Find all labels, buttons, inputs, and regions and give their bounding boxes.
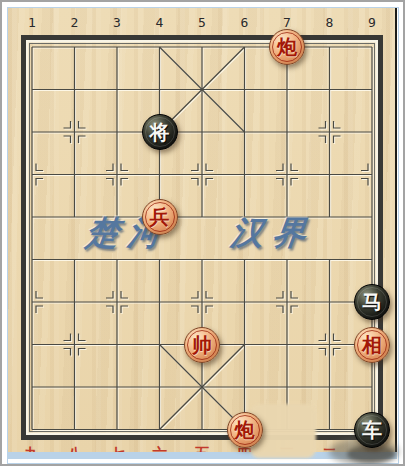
piece-layer: 炮将兵马帅相炮车: [11, 26, 394, 451]
piece-black-chariot[interactable]: 车: [354, 412, 390, 448]
xiangqi-board-window: 123456789 楚河 汉界 九八七六五四三二一 炮将兵马帅相炮车: [0, 0, 405, 466]
piece-red-soldier[interactable]: 兵: [142, 199, 178, 235]
piece-red-general[interactable]: 帅: [184, 327, 220, 363]
piece-black-horse[interactable]: 马: [354, 284, 390, 320]
piece-black-general[interactable]: 将: [142, 114, 178, 150]
piece-red-elephant[interactable]: 相: [354, 327, 390, 363]
piece-red-cannon[interactable]: 炮: [269, 29, 305, 65]
piece-red-cannon[interactable]: 炮: [227, 412, 263, 448]
